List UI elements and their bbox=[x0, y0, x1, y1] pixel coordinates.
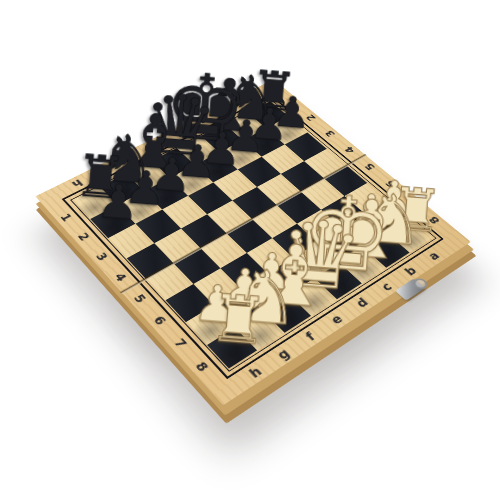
board-squares: ♜♞♝♛♚♝♞♜♟♟♟♟♟♟♟♟♟♟♟♟♟♟♟♟♜♞♝♛♚♝♞♜ bbox=[73, 101, 433, 368]
chess-board-wrapper: ♜♞♝♛♚♝♞♜♟♟♟♟♟♟♟♟♟♟♟♟♟♟♟♟♜♞♝♛♚♝♞♜ hgfedcb… bbox=[85, 52, 418, 385]
square-h2: ♟ bbox=[90, 205, 135, 238]
black-pawn: ♟ bbox=[95, 177, 140, 227]
product-photo-canvas: ♜♞♝♛♚♝♞♜♟♟♟♟♟♟♟♟♟♟♟♟♟♟♟♟♜♞♝♛♚♝♞♜ hgfedcb… bbox=[0, 0, 500, 500]
white-rook: ♜ bbox=[207, 285, 270, 354]
